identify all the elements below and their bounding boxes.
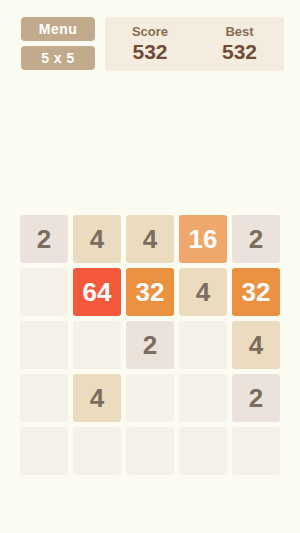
menu-button[interactable]: Menu [21, 17, 95, 41]
empty-cell [20, 427, 68, 475]
empty-cell [179, 321, 227, 369]
header-buttons: Menu 5 x 5 [21, 17, 95, 70]
score-value: 532 [133, 40, 168, 63]
empty-cell [232, 427, 280, 475]
score-panel: Score 532 Best 532 [105, 17, 284, 71]
tile-2: 2 [126, 321, 174, 369]
empty-cell [179, 374, 227, 422]
tile-4: 4 [126, 215, 174, 263]
board-size-button[interactable]: 5 x 5 [21, 46, 95, 70]
tile-2: 2 [232, 215, 280, 263]
tile-4: 4 [73, 215, 121, 263]
tile-2: 2 [20, 215, 68, 263]
header: Menu 5 x 5 Score 532 Best 532 [21, 17, 284, 71]
empty-cell [179, 427, 227, 475]
empty-cell [73, 321, 121, 369]
empty-cell [126, 374, 174, 422]
empty-cell [20, 268, 68, 316]
score-stat: Score 532 [132, 25, 168, 62]
best-stat: Best 532 [222, 25, 257, 62]
tile-64: 64 [73, 268, 121, 316]
empty-cell [20, 321, 68, 369]
empty-cell [20, 374, 68, 422]
tile-4: 4 [179, 268, 227, 316]
tile-2: 2 [232, 374, 280, 422]
board[interactable]: 24416264324322442 [20, 215, 280, 475]
best-label: Best [225, 25, 253, 39]
empty-cell [73, 427, 121, 475]
tile-32: 32 [126, 268, 174, 316]
tile-4: 4 [73, 374, 121, 422]
tile-4: 4 [232, 321, 280, 369]
best-value: 532 [222, 40, 257, 63]
game-screen: Menu 5 x 5 Score 532 Best 532 2441626432… [0, 0, 300, 533]
tile-16: 16 [179, 215, 227, 263]
score-label: Score [132, 25, 168, 39]
empty-cell [126, 427, 174, 475]
tile-32: 32 [232, 268, 280, 316]
